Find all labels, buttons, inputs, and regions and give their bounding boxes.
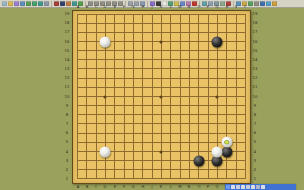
board-cell[interactable] bbox=[124, 32, 133, 41]
board-cell[interactable] bbox=[226, 32, 235, 41]
board-cell[interactable] bbox=[77, 114, 86, 123]
board-cell[interactable] bbox=[142, 169, 151, 178]
board-cell[interactable] bbox=[152, 59, 161, 68]
board-cell[interactable] bbox=[208, 50, 217, 59]
board-cell[interactable] bbox=[86, 59, 95, 68]
board-cell[interactable] bbox=[142, 41, 151, 50]
board-cell[interactable] bbox=[170, 142, 179, 151]
board-cell[interactable] bbox=[180, 87, 189, 96]
board-cell[interactable] bbox=[77, 151, 86, 160]
floating-navigation-toolbar[interactable] bbox=[225, 184, 296, 190]
board-cell[interactable] bbox=[96, 23, 105, 32]
board-cell[interactable] bbox=[170, 50, 179, 59]
board-cell[interactable] bbox=[124, 151, 133, 160]
board-cell[interactable] bbox=[152, 133, 161, 142]
board-9x9-icon[interactable] bbox=[38, 1, 43, 6]
board-cell[interactable] bbox=[198, 59, 207, 68]
next-variation-icon[interactable] bbox=[134, 1, 139, 6]
board-cell[interactable] bbox=[86, 123, 95, 132]
record-icon[interactable] bbox=[192, 1, 197, 6]
board-cell[interactable] bbox=[236, 151, 245, 160]
board-cell[interactable] bbox=[217, 68, 226, 77]
board-cell[interactable] bbox=[236, 87, 245, 96]
board-cell[interactable] bbox=[226, 105, 235, 114]
board-cell[interactable] bbox=[114, 87, 123, 96]
board-cell[interactable] bbox=[189, 87, 198, 96]
board-cell[interactable] bbox=[142, 78, 151, 87]
copy-icon[interactable] bbox=[60, 1, 65, 6]
board-cell[interactable] bbox=[217, 23, 226, 32]
board-cell[interactable] bbox=[133, 96, 142, 105]
board-cell[interactable] bbox=[198, 96, 207, 105]
board-cell[interactable] bbox=[133, 133, 142, 142]
board-cell[interactable] bbox=[133, 87, 142, 96]
board-cell[interactable] bbox=[152, 68, 161, 77]
board-cell[interactable] bbox=[114, 142, 123, 151]
board-cell[interactable] bbox=[96, 114, 105, 123]
board-cell[interactable] bbox=[133, 78, 142, 87]
board-cell[interactable] bbox=[170, 114, 179, 123]
board-cell[interactable] bbox=[180, 78, 189, 87]
board-cell[interactable] bbox=[226, 96, 235, 105]
options-icon[interactable] bbox=[260, 1, 265, 6]
board-cell[interactable] bbox=[152, 23, 161, 32]
board-cell[interactable] bbox=[170, 32, 179, 41]
board-cell[interactable] bbox=[86, 41, 95, 50]
board-cell[interactable] bbox=[170, 96, 179, 105]
board-cell[interactable] bbox=[142, 68, 151, 77]
board-cell[interactable] bbox=[124, 160, 133, 169]
board-cell[interactable] bbox=[96, 50, 105, 59]
new-icon[interactable] bbox=[2, 1, 7, 6]
mini-close-icon[interactable] bbox=[261, 185, 265, 189]
board-cell[interactable] bbox=[208, 59, 217, 68]
board-cell[interactable] bbox=[152, 50, 161, 59]
board-cell[interactable] bbox=[161, 23, 170, 32]
board-cell[interactable] bbox=[170, 78, 179, 87]
board-cell[interactable] bbox=[105, 50, 114, 59]
board-cell[interactable] bbox=[133, 41, 142, 50]
board-cell[interactable] bbox=[152, 160, 161, 169]
board-cell[interactable] bbox=[236, 41, 245, 50]
stone-white-D16[interactable] bbox=[100, 36, 111, 47]
board-cell[interactable] bbox=[114, 151, 123, 160]
board-cell[interactable] bbox=[124, 78, 133, 87]
board-cell[interactable] bbox=[77, 133, 86, 142]
board-cell[interactable] bbox=[77, 169, 86, 178]
board-cell[interactable] bbox=[86, 50, 95, 59]
board-cell[interactable] bbox=[198, 169, 207, 178]
board-cell[interactable] bbox=[142, 105, 151, 114]
board-cell[interactable] bbox=[226, 169, 235, 178]
board-cell[interactable] bbox=[142, 50, 151, 59]
board-cell[interactable] bbox=[77, 14, 86, 23]
analyze-icon[interactable] bbox=[220, 1, 225, 6]
board-cell[interactable] bbox=[236, 169, 245, 178]
board-cell[interactable] bbox=[198, 78, 207, 87]
board-cell[interactable] bbox=[217, 169, 226, 178]
board-cell[interactable] bbox=[133, 14, 142, 23]
board-cell[interactable] bbox=[124, 41, 133, 50]
mini-stop-icon[interactable] bbox=[256, 185, 260, 189]
board-cell[interactable] bbox=[226, 114, 235, 123]
board-cell[interactable] bbox=[226, 78, 235, 87]
board-cell[interactable] bbox=[189, 123, 198, 132]
board-cell[interactable] bbox=[189, 169, 198, 178]
board-cell[interactable] bbox=[161, 14, 170, 23]
board-cell[interactable] bbox=[161, 68, 170, 77]
board-cell[interactable] bbox=[198, 68, 207, 77]
board-cell[interactable] bbox=[208, 23, 217, 32]
board-cell[interactable] bbox=[114, 96, 123, 105]
board-cell[interactable] bbox=[114, 114, 123, 123]
white-stone-icon[interactable] bbox=[162, 1, 167, 6]
board-cell[interactable] bbox=[96, 123, 105, 132]
board-cell[interactable] bbox=[77, 96, 86, 105]
board-cell[interactable] bbox=[189, 41, 198, 50]
board-cell[interactable] bbox=[133, 50, 142, 59]
board-cell[interactable] bbox=[96, 133, 105, 142]
info-icon[interactable] bbox=[44, 1, 49, 6]
stone-black-O3[interactable] bbox=[193, 155, 204, 166]
print-icon[interactable] bbox=[20, 1, 25, 6]
stone-white-Q4[interactable] bbox=[212, 146, 223, 157]
board-cell[interactable] bbox=[86, 78, 95, 87]
board-cell[interactable] bbox=[180, 68, 189, 77]
board-cell[interactable] bbox=[236, 14, 245, 23]
board-cell[interactable] bbox=[170, 169, 179, 178]
board-cell[interactable] bbox=[105, 160, 114, 169]
board-cell[interactable] bbox=[86, 169, 95, 178]
board-cell[interactable] bbox=[152, 123, 161, 132]
board-cell[interactable] bbox=[114, 32, 123, 41]
board-cell[interactable] bbox=[152, 169, 161, 178]
board-cell[interactable] bbox=[77, 50, 86, 59]
board-cell[interactable] bbox=[133, 23, 142, 32]
board-cell[interactable] bbox=[77, 78, 86, 87]
board-cell[interactable] bbox=[217, 123, 226, 132]
board-cell[interactable] bbox=[189, 14, 198, 23]
board-cell[interactable] bbox=[96, 169, 105, 178]
board-cell[interactable] bbox=[114, 23, 123, 32]
board-cell[interactable] bbox=[198, 133, 207, 142]
board-cell[interactable] bbox=[133, 123, 142, 132]
board-cell[interactable] bbox=[105, 114, 114, 123]
board-cell[interactable] bbox=[189, 68, 198, 77]
board-cell[interactable] bbox=[142, 96, 151, 105]
board-cell[interactable] bbox=[226, 68, 235, 77]
board-cell[interactable] bbox=[161, 169, 170, 178]
board-cell[interactable] bbox=[105, 59, 114, 68]
board-cell[interactable] bbox=[152, 114, 161, 123]
cut-icon[interactable] bbox=[54, 1, 59, 6]
board-cell[interactable] bbox=[189, 133, 198, 142]
board-cell[interactable] bbox=[226, 14, 235, 23]
board-cell[interactable] bbox=[180, 105, 189, 114]
board-cell[interactable] bbox=[142, 14, 151, 23]
board-cell[interactable] bbox=[96, 68, 105, 77]
board-cell[interactable] bbox=[77, 59, 86, 68]
board-cell[interactable] bbox=[189, 50, 198, 59]
board-cell[interactable] bbox=[124, 14, 133, 23]
mini-next-icon[interactable] bbox=[246, 185, 250, 189]
board-cell[interactable] bbox=[114, 68, 123, 77]
board-cell[interactable] bbox=[236, 78, 245, 87]
board-cell[interactable] bbox=[124, 68, 133, 77]
board-cell[interactable] bbox=[114, 59, 123, 68]
board-cell[interactable] bbox=[170, 105, 179, 114]
board-cell[interactable] bbox=[170, 41, 179, 50]
board-cell[interactable] bbox=[133, 114, 142, 123]
board-cell[interactable] bbox=[133, 105, 142, 114]
first-move-icon[interactable] bbox=[88, 1, 93, 6]
board-cell[interactable] bbox=[86, 142, 95, 151]
board-cell[interactable] bbox=[180, 96, 189, 105]
board-cell[interactable] bbox=[161, 50, 170, 59]
board-cell[interactable] bbox=[189, 32, 198, 41]
paste-icon[interactable] bbox=[66, 1, 71, 6]
stone-black-Q16[interactable] bbox=[212, 36, 223, 47]
board-cell[interactable] bbox=[236, 160, 245, 169]
board-cell[interactable] bbox=[152, 14, 161, 23]
board-cell[interactable] bbox=[142, 59, 151, 68]
board-cell[interactable] bbox=[124, 123, 133, 132]
board-cell[interactable] bbox=[86, 23, 95, 32]
board-cell[interactable] bbox=[133, 32, 142, 41]
board-cell[interactable] bbox=[152, 78, 161, 87]
board-cell[interactable] bbox=[208, 105, 217, 114]
stone-white-D4[interactable] bbox=[100, 146, 111, 157]
board-cell[interactable] bbox=[114, 41, 123, 50]
board-cell[interactable] bbox=[208, 114, 217, 123]
board-cell[interactable] bbox=[86, 68, 95, 77]
board-cell[interactable] bbox=[226, 50, 235, 59]
board-cell[interactable] bbox=[226, 160, 235, 169]
board-cell[interactable] bbox=[236, 23, 245, 32]
board-cell[interactable] bbox=[96, 160, 105, 169]
board-cell[interactable] bbox=[105, 133, 114, 142]
board-cell[interactable] bbox=[114, 169, 123, 178]
board-cell[interactable] bbox=[105, 68, 114, 77]
board-cell[interactable] bbox=[236, 68, 245, 77]
board-cell[interactable] bbox=[96, 14, 105, 23]
board-cell[interactable] bbox=[170, 68, 179, 77]
board-cell[interactable] bbox=[133, 142, 142, 151]
board-cell[interactable] bbox=[161, 160, 170, 169]
board-cell[interactable] bbox=[180, 151, 189, 160]
board-cell[interactable] bbox=[142, 32, 151, 41]
board-cell[interactable] bbox=[189, 78, 198, 87]
board-cell[interactable] bbox=[189, 114, 198, 123]
board-cell[interactable] bbox=[86, 32, 95, 41]
board-cell[interactable] bbox=[86, 160, 95, 169]
board-cell[interactable] bbox=[208, 68, 217, 77]
help-icon[interactable] bbox=[266, 1, 271, 6]
board-cell[interactable] bbox=[236, 105, 245, 114]
board-cell[interactable] bbox=[236, 59, 245, 68]
board-cell[interactable] bbox=[142, 123, 151, 132]
board-cell[interactable] bbox=[96, 59, 105, 68]
board-cell[interactable] bbox=[142, 23, 151, 32]
board-cell[interactable] bbox=[161, 123, 170, 132]
board-cell[interactable] bbox=[77, 32, 86, 41]
board-cell[interactable] bbox=[86, 114, 95, 123]
board-cell[interactable] bbox=[77, 160, 86, 169]
board-cell[interactable] bbox=[198, 41, 207, 50]
board-cell[interactable] bbox=[236, 50, 245, 59]
board-cell[interactable] bbox=[170, 151, 179, 160]
board-cell[interactable] bbox=[124, 50, 133, 59]
board-cell[interactable] bbox=[180, 114, 189, 123]
board-cell[interactable] bbox=[124, 114, 133, 123]
board-cell[interactable] bbox=[189, 105, 198, 114]
board-cell[interactable] bbox=[105, 105, 114, 114]
board-cell[interactable] bbox=[217, 114, 226, 123]
board-cell[interactable] bbox=[114, 133, 123, 142]
board-cell[interactable] bbox=[114, 50, 123, 59]
board-cell[interactable] bbox=[208, 169, 217, 178]
board-cell[interactable] bbox=[161, 78, 170, 87]
board-cell[interactable] bbox=[180, 32, 189, 41]
board-cell[interactable] bbox=[96, 105, 105, 114]
board-cell[interactable] bbox=[105, 169, 114, 178]
board-cell[interactable] bbox=[180, 23, 189, 32]
open-icon[interactable] bbox=[8, 1, 13, 6]
board-cell[interactable] bbox=[124, 142, 133, 151]
board-cell[interactable] bbox=[124, 96, 133, 105]
board-cell[interactable] bbox=[170, 133, 179, 142]
board-cell[interactable] bbox=[180, 160, 189, 169]
board-cell[interactable] bbox=[77, 105, 86, 114]
board-cell[interactable] bbox=[170, 87, 179, 96]
board-cell[interactable] bbox=[189, 96, 198, 105]
board-cell[interactable] bbox=[170, 123, 179, 132]
board-cell[interactable] bbox=[142, 142, 151, 151]
board-cell[interactable] bbox=[198, 87, 207, 96]
mini-prev-icon[interactable] bbox=[236, 185, 240, 189]
board-cell[interactable] bbox=[124, 87, 133, 96]
board-cell[interactable] bbox=[105, 123, 114, 132]
board-cell[interactable] bbox=[236, 96, 245, 105]
board-cell[interactable] bbox=[124, 59, 133, 68]
board-cell[interactable] bbox=[77, 87, 86, 96]
board-cell[interactable] bbox=[133, 160, 142, 169]
board-cell[interactable] bbox=[105, 14, 114, 23]
board-cell[interactable] bbox=[142, 114, 151, 123]
board-cell[interactable] bbox=[124, 105, 133, 114]
board-cell[interactable] bbox=[86, 151, 95, 160]
board-cell[interactable] bbox=[114, 78, 123, 87]
mini-last-icon[interactable] bbox=[251, 185, 255, 189]
board-cell[interactable] bbox=[114, 14, 123, 23]
mini-play-icon[interactable] bbox=[241, 185, 245, 189]
board-cell[interactable] bbox=[77, 68, 86, 77]
board-cell[interactable] bbox=[170, 14, 179, 23]
board-cell[interactable] bbox=[105, 23, 114, 32]
board-cell[interactable] bbox=[114, 105, 123, 114]
save-icon[interactable] bbox=[14, 1, 19, 6]
board-cell[interactable] bbox=[133, 169, 142, 178]
board-cell[interactable] bbox=[133, 151, 142, 160]
board-cell[interactable] bbox=[142, 87, 151, 96]
board-cell[interactable] bbox=[180, 123, 189, 132]
board-cell[interactable] bbox=[133, 59, 142, 68]
board-cell[interactable] bbox=[86, 96, 95, 105]
board-cell[interactable] bbox=[226, 59, 235, 68]
next-move-icon[interactable] bbox=[106, 1, 111, 6]
board-cell[interactable] bbox=[180, 142, 189, 151]
board-cell[interactable] bbox=[161, 114, 170, 123]
board-cell[interactable] bbox=[105, 78, 114, 87]
board-cell[interactable] bbox=[142, 151, 151, 160]
board-cell[interactable] bbox=[124, 23, 133, 32]
board-cell[interactable] bbox=[198, 32, 207, 41]
board-cell[interactable] bbox=[142, 133, 151, 142]
board-cell[interactable] bbox=[170, 59, 179, 68]
board-cell[interactable] bbox=[161, 133, 170, 142]
board-cell[interactable] bbox=[198, 114, 207, 123]
board-cell[interactable] bbox=[236, 114, 245, 123]
board-cell[interactable] bbox=[180, 169, 189, 178]
board-cell[interactable] bbox=[208, 133, 217, 142]
board-cell[interactable] bbox=[198, 123, 207, 132]
board-cell[interactable] bbox=[217, 59, 226, 68]
board-cell[interactable] bbox=[189, 59, 198, 68]
board-cell[interactable] bbox=[86, 14, 95, 23]
board-cell[interactable] bbox=[208, 14, 217, 23]
board-cell[interactable] bbox=[161, 105, 170, 114]
board-cell[interactable] bbox=[198, 50, 207, 59]
board-cell[interactable] bbox=[86, 87, 95, 96]
board-cell[interactable] bbox=[124, 169, 133, 178]
board-cell[interactable] bbox=[152, 105, 161, 114]
board-cell[interactable] bbox=[208, 123, 217, 132]
board-cell[interactable] bbox=[161, 59, 170, 68]
board-cell[interactable] bbox=[198, 105, 207, 114]
board-cell[interactable] bbox=[124, 133, 133, 142]
grid-icon[interactable] bbox=[254, 1, 259, 6]
board-cell[interactable] bbox=[77, 142, 86, 151]
board-cell[interactable] bbox=[198, 142, 207, 151]
board-cell[interactable] bbox=[180, 59, 189, 68]
board-cell[interactable] bbox=[180, 50, 189, 59]
board-cell[interactable] bbox=[170, 23, 179, 32]
board-cell[interactable] bbox=[77, 23, 86, 32]
board-cell[interactable] bbox=[189, 142, 198, 151]
board-cell[interactable] bbox=[180, 133, 189, 142]
board-cell[interactable] bbox=[114, 160, 123, 169]
board-cell[interactable] bbox=[180, 41, 189, 50]
board-cell[interactable] bbox=[86, 133, 95, 142]
board-cell[interactable] bbox=[114, 123, 123, 132]
board-cell[interactable] bbox=[189, 23, 198, 32]
board-cell[interactable] bbox=[217, 14, 226, 23]
board-cell[interactable] bbox=[217, 105, 226, 114]
board-19x19-icon[interactable] bbox=[26, 1, 31, 6]
board-cell[interactable] bbox=[198, 14, 207, 23]
board-cell[interactable] bbox=[77, 123, 86, 132]
board-cell[interactable] bbox=[217, 78, 226, 87]
board-cell[interactable] bbox=[226, 41, 235, 50]
board-cell[interactable] bbox=[208, 78, 217, 87]
board-cell[interactable] bbox=[226, 23, 235, 32]
board-cell[interactable] bbox=[142, 160, 151, 169]
board-13x13-icon[interactable] bbox=[32, 1, 37, 6]
board-cell[interactable] bbox=[236, 133, 245, 142]
mini-first-icon[interactable] bbox=[231, 185, 235, 189]
board-cell[interactable] bbox=[133, 68, 142, 77]
board-cell[interactable] bbox=[226, 87, 235, 96]
